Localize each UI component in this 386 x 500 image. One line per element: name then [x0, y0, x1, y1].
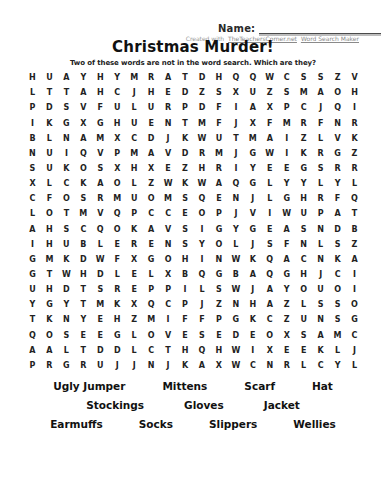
grid-cell-r4c6: H: [109, 115, 126, 130]
grid-cell-r12c2: H: [41, 237, 58, 252]
grid-cell-r12c8: E: [143, 237, 160, 252]
grid-cell-r19c15: X: [261, 343, 278, 358]
grid-cell-r2c6: C: [109, 85, 126, 100]
grid-cell-r8c11: W: [194, 176, 211, 191]
grid-cell-r18c19: M: [329, 328, 346, 343]
grid-cell-r20c16: R: [278, 358, 295, 373]
grid-cell-r4c4: X: [75, 115, 92, 130]
grid-cell-r19c16: E: [278, 343, 295, 358]
word-mittens: Mittens: [162, 380, 207, 392]
grid-cell-r19c8: C: [143, 343, 160, 358]
grid-cell-r8c13: Q: [227, 176, 244, 191]
grid-cell-r17c12: P: [210, 312, 227, 327]
grid-cell-r17c17: U: [295, 312, 312, 327]
grid-cell-r11c8: A: [143, 221, 160, 236]
grid-cell-r1c15: W: [261, 70, 278, 85]
grid-cell-r17c1: T: [24, 312, 41, 327]
grid-cell-r5c10: K: [177, 131, 194, 146]
grid-cell-r20c12: X: [210, 358, 227, 373]
grid-cell-r8c15: L: [261, 176, 278, 191]
grid-cell-r12c7: R: [126, 237, 143, 252]
grid-cell-r4c11: M: [194, 115, 211, 130]
grid-cell-r20c17: L: [295, 358, 312, 373]
grid-cell-r14c8: L: [143, 267, 160, 282]
grid-cell-r15c2: H: [41, 282, 58, 297]
grid-cell-r14c2: T: [41, 267, 58, 282]
grid-cell-r17c20: G: [346, 312, 363, 327]
grid-cell-r3c20: I: [346, 100, 363, 115]
grid-cell-r13c9: O: [160, 252, 177, 267]
grid-cell-r7c8: X: [143, 161, 160, 176]
grid-cell-r6c6: P: [109, 146, 126, 161]
word-list: Ugly JumperMittensScarfHatStockingsGlove…: [0, 380, 386, 437]
grid-cell-r11c17: S: [295, 221, 312, 236]
grid-cell-r2c16: S: [278, 85, 295, 100]
grid-cell-r8c14: G: [244, 176, 261, 191]
grid-cell-r5c17: Z: [295, 131, 312, 146]
grid-cell-r16c13: N: [227, 297, 244, 312]
grid-cell-r13c20: A: [346, 252, 363, 267]
grid-cell-r12c10: S: [177, 237, 194, 252]
name-row: Name:: [218, 20, 381, 34]
grid-cell-r19c19: L: [329, 343, 346, 358]
word-list-line-2: StockingsGlovesJacket: [0, 399, 386, 411]
grid-cell-r10c14: V: [244, 206, 261, 221]
grid-cell-r1c13: Q: [227, 70, 244, 85]
grid-cell-r14c3: W: [58, 267, 75, 282]
grid-cell-r14c14: A: [244, 267, 261, 282]
grid-cell-r3c1: P: [24, 100, 41, 115]
grid-cell-r8c16: Y: [278, 176, 295, 191]
grid-cell-r5c11: W: [194, 131, 211, 146]
grid-cell-r8c5: A: [92, 176, 109, 191]
grid-cell-r5c16: I: [278, 131, 295, 146]
grid-cell-r12c20: Z: [346, 237, 363, 252]
word-list-line-1: Ugly JumperMittensScarfHat: [0, 380, 386, 392]
grid-cell-r5c14: M: [244, 131, 261, 146]
grid-cell-r3c5: F: [92, 100, 109, 115]
grid-cell-r15c19: O: [329, 282, 346, 297]
grid-cell-r9c15: L: [261, 191, 278, 206]
grid-cell-r10c8: C: [143, 206, 160, 221]
grid-cell-r15c8: P: [143, 282, 160, 297]
grid-cell-r19c5: D: [92, 343, 109, 358]
grid-cell-r8c4: K: [75, 176, 92, 191]
grid-cell-r17c2: K: [41, 312, 58, 327]
grid-cell-r1c20: V: [346, 70, 363, 85]
grid-cell-r4c3: G: [58, 115, 75, 130]
grid-cell-r7c11: H: [194, 161, 211, 176]
grid-cell-r12c14: J: [244, 237, 261, 252]
grid-cell-r19c2: A: [41, 343, 58, 358]
grid-cell-r9c12: E: [210, 191, 227, 206]
grid-cell-r1c6: Y: [109, 70, 126, 85]
name-label: Name:: [218, 23, 259, 34]
grid-cell-r8c17: Y: [295, 176, 312, 191]
grid-cell-r8c6: O: [109, 176, 126, 191]
grid-cell-r1c16: C: [278, 70, 295, 85]
word-search-grid: HUAYHYMRATDHQQWCSSZVLTTAHCJHEDZSXUZSMAOH…: [24, 70, 363, 373]
grid-cell-r15c13: W: [227, 282, 244, 297]
grid-cell-r14c15: Q: [261, 267, 278, 282]
grid-cell-r6c16: I: [278, 146, 295, 161]
grid-cell-r19c17: E: [295, 343, 312, 358]
grid-cell-r16c2: G: [41, 297, 58, 312]
grid-cell-r4c19: N: [329, 115, 346, 130]
grid-cell-r20c11: A: [194, 358, 211, 373]
grid-cell-r18c9: V: [160, 328, 177, 343]
grid-cell-r10c4: M: [75, 206, 92, 221]
grid-cell-r14c13: B: [227, 267, 244, 282]
grid-cell-r2c7: J: [126, 85, 143, 100]
grid-cell-r14c18: J: [312, 267, 329, 282]
grid-cell-r15c14: J: [244, 282, 261, 297]
grid-cell-r6c10: D: [177, 146, 194, 161]
grid-cell-r9c14: J: [244, 191, 261, 206]
grid-cell-r10c11: O: [194, 206, 211, 221]
grid-cell-r6c12: M: [210, 146, 227, 161]
grid-cell-r5c18: L: [312, 131, 329, 146]
grid-cell-r5c13: T: [227, 131, 244, 146]
grid-cell-r19c9: T: [160, 343, 177, 358]
grid-cell-r16c10: P: [177, 297, 194, 312]
grid-cell-r20c6: J: [109, 358, 126, 373]
grid-cell-r3c2: D: [41, 100, 58, 115]
word-socks: Socks: [139, 418, 173, 430]
grid-cell-r1c9: A: [160, 70, 177, 85]
grid-cell-r14c9: X: [160, 267, 177, 282]
grid-cell-r11c19: D: [329, 221, 346, 236]
grid-cell-r18c18: A: [312, 328, 329, 343]
grid-cell-r12c18: L: [312, 237, 329, 252]
word-slippers: Slippers: [209, 418, 257, 430]
grid-cell-r20c19: Y: [329, 358, 346, 373]
grid-cell-r3c9: R: [160, 100, 177, 115]
grid-cell-r20c3: G: [58, 358, 75, 373]
grid-cell-r11c4: C: [75, 221, 92, 236]
grid-cell-r13c6: F: [109, 252, 126, 267]
grid-cell-r16c14: H: [244, 297, 261, 312]
grid-cell-r4c18: F: [312, 115, 329, 130]
grid-cell-r5c15: A: [261, 131, 278, 146]
grid-cell-r9c5: R: [92, 191, 109, 206]
grid-cell-r3c3: S: [58, 100, 75, 115]
grid-cell-r10c16: W: [278, 206, 295, 221]
grid-cell-r8c18: L: [312, 176, 329, 191]
grid-cell-r18c13: D: [227, 328, 244, 343]
grid-cell-r18c10: E: [177, 328, 194, 343]
grid-cell-r18c4: E: [75, 328, 92, 343]
grid-cell-r17c3: N: [58, 312, 75, 327]
grid-cell-r6c2: U: [41, 146, 58, 161]
grid-cell-r20c8: N: [143, 358, 160, 373]
grid-cell-r3c14: A: [244, 100, 261, 115]
grid-cell-r13c4: D: [75, 252, 92, 267]
grid-cell-r17c14: K: [244, 312, 261, 327]
grid-cell-r10c15: I: [261, 206, 278, 221]
grid-cell-r11c14: G: [244, 221, 261, 236]
grid-cell-r19c18: K: [312, 343, 329, 358]
grid-cell-r14c10: B: [177, 267, 194, 282]
grid-cell-r18c3: S: [58, 328, 75, 343]
grid-cell-r10c9: C: [160, 206, 177, 221]
grid-cell-r16c8: Q: [143, 297, 160, 312]
grid-cell-r10c3: T: [58, 206, 75, 221]
grid-cell-r10c20: T: [346, 206, 363, 221]
grid-cell-r7c18: S: [312, 161, 329, 176]
grid-cell-r2c8: H: [143, 85, 160, 100]
grid-cell-r3c6: U: [109, 100, 126, 115]
grid-cell-r14c4: H: [75, 267, 92, 282]
grid-cell-r20c13: W: [227, 358, 244, 373]
grid-cell-r7c3: K: [58, 161, 75, 176]
grid-cell-r9c19: F: [329, 191, 346, 206]
grid-cell-r13c2: M: [41, 252, 58, 267]
grid-cell-r3c19: Q: [329, 100, 346, 115]
grid-cell-r2c5: H: [92, 85, 109, 100]
grid-cell-r13c3: K: [58, 252, 75, 267]
grid-cell-r9c7: U: [126, 191, 143, 206]
grid-cell-r2c14: U: [244, 85, 261, 100]
grid-cell-r18c20: C: [346, 328, 363, 343]
grid-cell-r18c6: G: [109, 328, 126, 343]
grid-cell-r13c15: Q: [261, 252, 278, 267]
grid-cell-r5c8: D: [143, 131, 160, 146]
grid-cell-r14c19: C: [329, 267, 346, 282]
grid-cell-r1c18: S: [312, 70, 329, 85]
grid-cell-r19c20: J: [346, 343, 363, 358]
grid-cell-r5c2: L: [41, 131, 58, 146]
grid-cell-r8c20: L: [346, 176, 363, 191]
word-wellies: Wellies: [293, 418, 336, 430]
grid-cell-r15c16: Y: [278, 282, 295, 297]
grid-cell-r4c17: R: [295, 115, 312, 130]
grid-cell-r20c4: R: [75, 358, 92, 373]
grid-cell-r20c10: K: [177, 358, 194, 373]
grid-cell-r18c2: O: [41, 328, 58, 343]
grid-cell-r3c12: F: [210, 100, 227, 115]
grid-cell-r4c9: N: [160, 115, 177, 130]
grid-cell-r9c3: O: [58, 191, 75, 206]
grid-cell-r14c16: G: [278, 267, 295, 282]
grid-cell-r20c20: L: [346, 358, 363, 373]
grid-cell-r18c15: O: [261, 328, 278, 343]
grid-cell-r15c18: U: [312, 282, 329, 297]
grid-cell-r2c2: T: [41, 85, 58, 100]
grid-cell-r5c7: C: [126, 131, 143, 146]
grid-cell-r15c3: D: [58, 282, 75, 297]
grid-cell-r8c10: K: [177, 176, 194, 191]
grid-cell-r16c6: K: [109, 297, 126, 312]
grid-cell-r16c19: S: [329, 297, 346, 312]
grid-cell-r8c9: W: [160, 176, 177, 191]
grid-cell-r5c5: M: [92, 131, 109, 146]
name-blank-line: [259, 20, 381, 34]
grid-cell-r19c3: L: [58, 343, 75, 358]
grid-cell-r11c11: I: [194, 221, 211, 236]
grid-cell-r3c13: I: [227, 100, 244, 115]
grid-cell-r3c15: X: [261, 100, 278, 115]
grid-cell-r20c2: R: [41, 358, 58, 373]
grid-cell-r17c6: H: [109, 312, 126, 327]
grid-cell-r9c16: G: [278, 191, 295, 206]
grid-cell-r6c9: V: [160, 146, 177, 161]
grid-cell-r2c1: L: [24, 85, 41, 100]
grid-cell-r15c6: R: [109, 282, 126, 297]
grid-cell-r12c5: L: [92, 237, 109, 252]
grid-cell-r10c19: A: [329, 206, 346, 221]
grid-cell-r16c20: O: [346, 297, 363, 312]
grid-cell-r1c17: S: [295, 70, 312, 85]
word-jacket: Jacket: [264, 399, 300, 411]
grid-cell-r19c1: A: [24, 343, 41, 358]
grid-cell-r11c5: Q: [92, 221, 109, 236]
grid-cell-r20c18: C: [312, 358, 329, 373]
grid-cell-r6c20: Z: [346, 146, 363, 161]
grid-cell-r4c8: E: [143, 115, 160, 130]
grid-cell-r6c13: J: [227, 146, 244, 161]
grid-cell-r13c13: W: [227, 252, 244, 267]
grid-cell-r11c15: E: [261, 221, 278, 236]
grid-cell-r12c17: N: [295, 237, 312, 252]
grid-cell-r4c7: U: [126, 115, 143, 130]
grid-cell-r13c1: G: [24, 252, 41, 267]
grid-cell-r9c4: S: [75, 191, 92, 206]
grid-cell-r10c10: E: [177, 206, 194, 221]
grid-cell-r13c8: G: [143, 252, 160, 267]
grid-cell-r1c14: Q: [244, 70, 261, 85]
grid-cell-r9c10: S: [177, 191, 194, 206]
grid-cell-r10c17: U: [295, 206, 312, 221]
grid-cell-r17c4: Y: [75, 312, 92, 327]
grid-cell-r2c20: H: [346, 85, 363, 100]
grid-cell-r11c18: N: [312, 221, 329, 236]
grid-cell-r18c16: X: [278, 328, 295, 343]
grid-cell-r8c19: Y: [329, 176, 346, 191]
grid-cell-r6c3: I: [58, 146, 75, 161]
word-list-line-3: EarmuffsSocksSlippersWellies: [0, 418, 386, 430]
grid-cell-r17c16: Z: [278, 312, 295, 327]
grid-cell-r15c17: O: [295, 282, 312, 297]
grid-cell-r7c1: S: [24, 161, 41, 176]
grid-cell-r13c5: W: [92, 252, 109, 267]
grid-cell-r16c15: A: [261, 297, 278, 312]
grid-cell-r6c11: R: [194, 146, 211, 161]
grid-cell-r15c9: P: [160, 282, 177, 297]
word-gloves: Gloves: [184, 399, 224, 411]
grid-cell-r19c12: H: [210, 343, 227, 358]
grid-cell-r19c13: W: [227, 343, 244, 358]
grid-cell-r9c2: F: [41, 191, 58, 206]
puzzle-title: Christmas Murder!: [0, 38, 386, 56]
grid-cell-r19c14: I: [244, 343, 261, 358]
grid-cell-r13c16: A: [278, 252, 295, 267]
grid-cell-r14c17: H: [295, 267, 312, 282]
grid-cell-r16c9: C: [160, 297, 177, 312]
grid-cell-r1c2: U: [41, 70, 58, 85]
grid-cell-r1c3: A: [58, 70, 75, 85]
grid-cell-r5c3: N: [58, 131, 75, 146]
word-hat: Hat: [312, 380, 333, 392]
grid-cell-r11c6: O: [109, 221, 126, 236]
grid-cell-r13c10: H: [177, 252, 194, 267]
grid-cell-r6c17: K: [295, 146, 312, 161]
grid-cell-r6c1: N: [24, 146, 41, 161]
grid-cell-r17c19: S: [329, 312, 346, 327]
grid-cell-r4c14: X: [244, 115, 261, 130]
grid-cell-r6c8: A: [143, 146, 160, 161]
grid-cell-r11c12: G: [210, 221, 227, 236]
grid-cell-r6c7: M: [126, 146, 143, 161]
grid-cell-r15c12: S: [210, 282, 227, 297]
grid-cell-r8c1: X: [24, 176, 41, 191]
grid-cell-r19c10: H: [177, 343, 194, 358]
grid-cell-r15c1: U: [24, 282, 41, 297]
grid-cell-r11c3: S: [58, 221, 75, 236]
grid-cell-r4c5: G: [92, 115, 109, 130]
grid-cell-r12c1: I: [24, 237, 41, 252]
grid-cell-r6c18: R: [312, 146, 329, 161]
grid-cell-r11c10: S: [177, 221, 194, 236]
grid-cell-r9c1: C: [24, 191, 41, 206]
grid-cell-r12c13: L: [227, 237, 244, 252]
grid-cell-r3c7: L: [126, 100, 143, 115]
grid-cell-r7c16: E: [278, 161, 295, 176]
grid-cell-r13c12: N: [210, 252, 227, 267]
grid-cell-r5c19: V: [329, 131, 346, 146]
grid-cell-r1c7: M: [126, 70, 143, 85]
word-earmuffs: Earmuffs: [50, 418, 103, 430]
grid-cell-r17c13: G: [227, 312, 244, 327]
grid-cell-r13c17: C: [295, 252, 312, 267]
grid-cell-r11c2: H: [41, 221, 58, 236]
grid-cell-r4c1: I: [24, 115, 41, 130]
grid-cell-r19c6: D: [109, 343, 126, 358]
grid-cell-r11c13: Y: [227, 221, 244, 236]
grid-cell-r19c7: L: [126, 343, 143, 358]
grid-cell-r4c10: T: [177, 115, 194, 130]
worksheet-page: Name: Created with TheTeachersCorner.net…: [0, 0, 386, 500]
grid-cell-r3c17: C: [295, 100, 312, 115]
word-ugly-jumper: Ugly Jumper: [53, 380, 125, 392]
grid-cell-r3c18: J: [312, 100, 329, 115]
grid-cell-r18c7: L: [126, 328, 143, 343]
grid-cell-r1c11: D: [194, 70, 211, 85]
grid-cell-r7c2: U: [41, 161, 58, 176]
grid-cell-r15c15: A: [261, 282, 278, 297]
grid-cell-r15c11: L: [194, 282, 211, 297]
grid-cell-r20c9: J: [160, 358, 177, 373]
grid-cell-r4c15: F: [261, 115, 278, 130]
grid-cell-r16c4: T: [75, 297, 92, 312]
grid-cell-r18c14: E: [244, 328, 261, 343]
grid-cell-r1c5: H: [92, 70, 109, 85]
grid-cell-r7c5: S: [92, 161, 109, 176]
grid-cell-r2c3: T: [58, 85, 75, 100]
grid-cell-r20c7: J: [126, 358, 143, 373]
grid-cell-r17c5: E: [92, 312, 109, 327]
grid-cell-r9c11: Q: [194, 191, 211, 206]
grid-cell-r12c15: S: [261, 237, 278, 252]
grid-cell-r2c13: X: [227, 85, 244, 100]
grid-cell-r11c16: A: [278, 221, 295, 236]
grid-cell-r18c1: Q: [24, 328, 41, 343]
grid-cell-r10c18: P: [312, 206, 329, 221]
grid-cell-r12c4: B: [75, 237, 92, 252]
grid-cell-r17c9: I: [160, 312, 177, 327]
grid-cell-r7c14: Y: [244, 161, 261, 176]
grid-cell-r6c4: Q: [75, 146, 92, 161]
